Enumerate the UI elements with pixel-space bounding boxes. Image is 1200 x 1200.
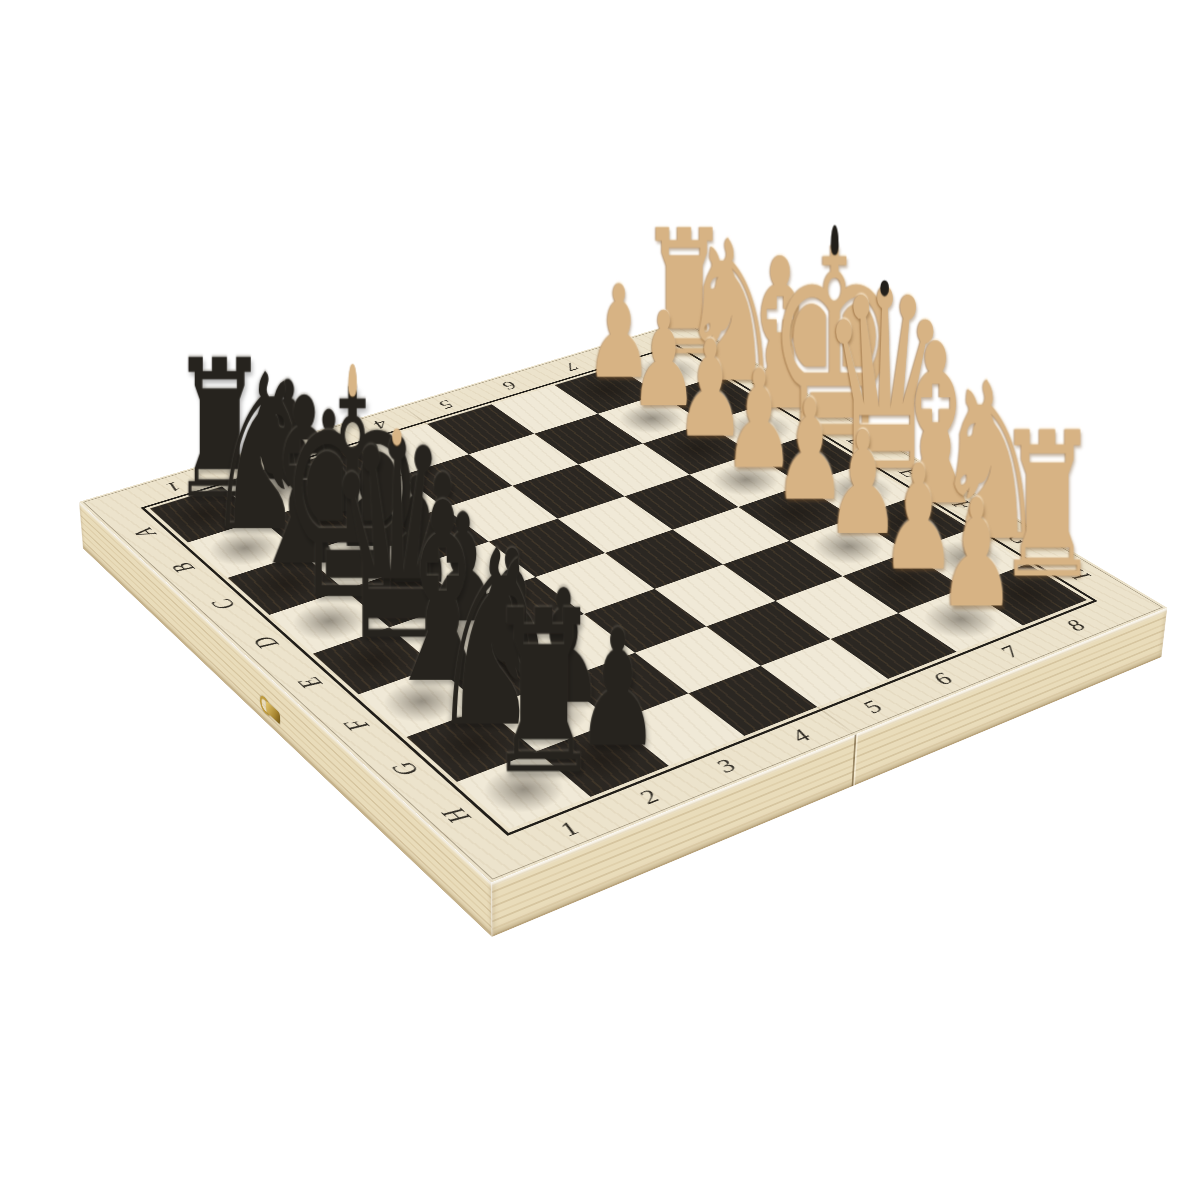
black-rook-h1: ♜ bbox=[449, 581, 637, 806]
brass-latch bbox=[263, 694, 282, 731]
black-queen-ball-icon bbox=[392, 429, 402, 446]
brass-latch-plate-icon bbox=[266, 700, 280, 725]
white-queen-ball-icon bbox=[880, 281, 889, 296]
fold-seam-crack bbox=[852, 734, 857, 786]
product-photo-stage: ABCDEFGH ABCDEFGH 12345678 12345678 ♜♟♟♜… bbox=[0, 0, 1200, 1200]
white-pawn-h7: ♟ bbox=[891, 480, 1061, 629]
chess-board: ABCDEFGH ABCDEFGH 12345678 12345678 ♜♟♟♜… bbox=[79, 320, 1167, 882]
